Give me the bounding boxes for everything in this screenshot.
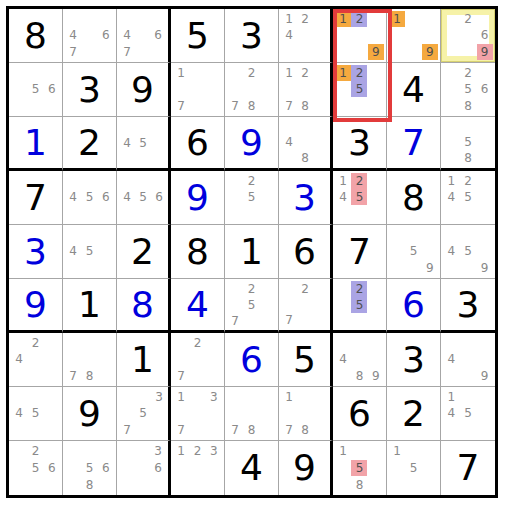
cell-r2c3[interactable]: 9 [117,63,171,117]
cell-r5c2[interactable]: 45 [63,225,117,279]
candidate-slot-5: 5 [27,81,43,97]
cell-r5c7[interactable]: 7 [333,225,387,279]
cell-r8c2[interactable]: 9 [63,387,117,441]
cell-r6c4[interactable]: 4 [171,279,225,333]
candidate-slot-8 [297,44,313,60]
cell-r4c5[interactable]: 25 [225,171,279,225]
given-digit: 1 [78,287,101,323]
candidate-slot-1: 1 [389,11,405,27]
candidate-slot-4 [389,460,405,477]
candidate-slot-3 [98,335,114,351]
candidate-slot-7 [281,44,297,60]
candidate-slot-9 [150,476,166,493]
cell-r3c4[interactable]: 6 [171,117,225,171]
candidate-slot-7 [119,476,135,493]
candidate-slot-4 [119,405,135,421]
candidate-1: 1 [389,443,405,459]
cell-r4c1[interactable]: 7 [9,171,63,225]
candidate-7: 7 [119,44,135,60]
candidate-slot-5 [351,27,367,43]
cell-r9c5[interactable]: 4 [225,441,279,495]
cell-r5c3[interactable]: 2 [117,225,171,279]
candidate-slot-8: 8 [460,98,477,114]
cell-r8c7[interactable]: 6 [333,387,387,441]
candidate-slot-7: 7 [227,98,243,114]
candidate-slot-1: 1 [335,173,351,189]
candidate-slot-5 [460,27,477,43]
candidate-slot-8 [351,206,367,222]
cell-r9c7[interactable]: 158 [333,441,387,495]
cell-r4c3[interactable]: 456 [117,171,171,225]
cell-r9c2[interactable]: 568 [63,441,117,495]
candidate-slot-6 [206,460,222,477]
cell-r9c6[interactable]: 9 [279,441,333,495]
candidate-slot-7 [389,476,405,493]
candidate-slot-2 [405,11,421,27]
solved-digit: 9 [186,180,209,216]
candidate-slot-1 [281,119,297,134]
candidate-slot-5: 5 [27,460,43,477]
candidate-slot-2 [297,389,313,405]
cell-r7c9[interactable]: 49 [441,333,495,387]
candidate-slot-7 [119,206,135,222]
candidate-6: 6 [477,81,493,97]
candidate-slot-3 [313,281,328,297]
cell-r6c2[interactable]: 1 [63,279,117,333]
candidate-slot-7 [389,260,405,276]
candidate-grid: 25 [333,279,386,330]
cell-r4c6[interactable]: 3 [279,171,333,225]
candidate-grid: 27 [171,333,224,386]
candidate-slot-4: 4 [443,243,460,259]
candidate-slot-3: 3 [151,389,167,405]
candidate-slot-5: 5 [405,243,421,259]
cell-r2c7[interactable]: 125 [333,63,387,117]
candidate-slot-7 [65,260,81,276]
candidate-slot-8 [81,206,97,222]
candidate-slot-6 [422,27,438,43]
cell-r6c3[interactable]: 8 [117,279,171,333]
candidate-4: 4 [443,351,459,367]
candidate-slot-2: 2 [297,11,313,27]
candidate-slot-9 [368,98,384,114]
candidate-5: 5 [81,189,97,205]
candidate-slot-3 [368,65,384,81]
candidate-slot-1 [227,281,243,297]
cell-r7c2[interactable]: 78 [63,333,117,387]
cell-r1c4[interactable]: 5 [171,9,225,63]
cell-r2c6[interactable]: 1278 [279,63,333,117]
candidate-slot-4: 4 [119,189,135,205]
candidate-slot-9 [151,206,167,222]
candidate-1: 1 [335,173,351,189]
candidate-slot-6 [313,27,328,43]
candidate-slot-1 [119,173,135,189]
candidate-slot-3 [313,119,328,134]
candidate-grid: 2568 [441,63,495,116]
candidate-4: 4 [11,351,27,367]
candidate-slot-3 [313,389,328,405]
candidate-slot-8 [351,98,367,114]
candidate-slot-8 [27,422,43,438]
candidate-slot-7: 7 [65,44,81,60]
candidate-slot-6: 6 [476,81,493,97]
candidate-slot-1 [443,119,460,134]
candidate-1: 1 [281,65,297,81]
candidate-2-highlight-pink: 2 [351,173,367,189]
given-digit: 1 [131,342,154,378]
cell-r5c1[interactable]: 3 [9,225,63,279]
candidate-slot-1 [119,443,135,460]
solved-digit: 6 [240,342,263,378]
candidate-slot-9 [151,422,167,438]
candidate-slot-3 [98,173,114,189]
candidate-slot-4: 4 [335,351,351,367]
cell-r9c8[interactable]: 15 [387,441,441,495]
candidate-slot-6: 6 [44,460,60,477]
candidate-slot-1: 1 [335,11,351,27]
cell-r8c1[interactable]: 45 [9,387,63,441]
cell-r7c6[interactable]: 5 [279,333,333,387]
candidate-slot-8 [243,313,259,329]
cell-r4c9[interactable]: 1245 [441,171,495,225]
candidate-slot-2 [27,389,43,405]
cell-r7c5[interactable]: 6 [225,333,279,387]
candidate-9: 9 [477,368,493,384]
candidate-slot-4 [227,189,243,205]
cell-r2c8[interactable]: 4 [387,63,441,117]
cell-r1c5[interactable]: 3 [225,9,279,63]
candidate-9-highlight-pink: 9 [477,44,493,60]
candidate-slot-1 [335,335,351,351]
cell-r1c6[interactable]: 124 [279,9,333,63]
given-digit: 9 [293,450,316,486]
candidate-slot-7 [443,44,460,60]
candidate-slot-2 [27,65,43,81]
cell-r6c7[interactable]: 25 [333,279,387,333]
candidate-slot-6 [422,243,438,259]
cell-r8c9[interactable]: 145 [441,387,495,441]
candidate-7: 7 [281,98,297,114]
candidate-5: 5 [135,405,151,421]
candidate-slot-3 [44,389,60,405]
candidate-slot-6 [206,405,222,421]
cell-r2c1[interactable]: 56 [9,63,63,117]
cell-r2c5[interactable]: 278 [225,63,279,117]
candidate-slot-3: 3 [206,443,222,460]
candidate-slot-7 [335,368,351,384]
candidate-slot-3 [422,227,438,243]
candidate-slot-1: 1 [443,389,460,405]
candidate-slot-4 [389,243,405,259]
candidate-slot-1 [443,11,460,27]
cell-r8c5[interactable]: 78 [225,387,279,441]
candidate-slot-9 [44,368,60,384]
given-digit: 4 [240,450,263,486]
candidate-slot-3 [98,11,114,27]
candidate-4: 4 [119,27,135,43]
candidate-grid: 568 [63,441,116,495]
candidate-slot-8 [135,206,151,222]
candidate-slot-9 [206,422,222,438]
candidate-slot-5 [243,81,259,97]
cell-r1c1[interactable]: 8 [9,9,63,63]
candidate-slot-5 [243,405,259,421]
candidate-slot-4 [173,405,189,421]
cell-r7c3[interactable]: 1 [117,333,171,387]
candidate-4: 4 [119,189,135,205]
candidate-slot-6 [44,405,60,421]
candidate-5: 5 [135,189,151,205]
candidate-slot-9 [98,368,114,384]
cell-r4c4[interactable]: 9 [171,171,225,225]
candidate-slot-5 [189,460,205,477]
candidate-8: 8 [351,477,367,493]
candidate-2: 2 [460,173,476,189]
candidate-1: 1 [173,443,189,459]
candidate-slot-1 [11,65,27,81]
candidate-slot-3 [476,227,493,243]
candidate-grid: 269 [441,9,495,62]
candidate-slot-7 [173,476,189,493]
candidate-grid: 123 [171,441,224,495]
cell-r9c9[interactable]: 7 [441,441,495,495]
candidate-slot-4: 4 [281,27,297,43]
candidate-slot-6 [98,243,114,259]
candidate-slot-6 [260,81,276,97]
cell-r8c8[interactable]: 2 [387,387,441,441]
candidate-slot-6 [206,351,222,367]
candidate-slot-6: 6 [98,189,114,205]
candidate-slot-5 [297,297,313,312]
candidate-slot-5: 5 [81,189,97,205]
cell-r1c3[interactable]: 467 [117,9,171,63]
candidate-slot-5 [135,460,151,477]
candidate-slot-1 [227,389,243,405]
cell-r5c4[interactable]: 8 [171,225,225,279]
candidate-4: 4 [281,27,297,43]
candidate-slot-9 [313,312,328,328]
candidate-slot-6 [368,81,384,97]
candidate-5: 5 [27,81,43,97]
cell-r9c4[interactable]: 123 [171,441,225,495]
candidate-slot-2 [405,443,421,460]
candidate-4: 4 [335,189,351,205]
candidate-slot-8 [351,313,367,328]
candidate-slot-8 [405,260,421,276]
candidate-slot-7 [443,98,460,114]
candidate-slot-1: 1 [281,389,297,405]
candidate-slot-3 [260,389,276,405]
cell-r6c5[interactable]: 257 [225,279,279,333]
cell-r6c9[interactable]: 3 [441,279,495,333]
cell-r3c2[interactable]: 2 [63,117,117,171]
candidate-slot-3 [98,227,114,243]
cell-r3c9[interactable]: 58 [441,117,495,171]
candidate-slot-8 [460,422,477,438]
cell-r5c8[interactable]: 59 [387,225,441,279]
cell-r2c4[interactable]: 17 [171,63,225,117]
candidate-3: 3 [151,389,167,405]
candidate-slot-8: 8 [351,476,367,493]
candidate-grid: 124 [279,9,330,62]
candidate-slot-2 [189,389,205,405]
candidate-grid: 1278 [279,63,330,116]
cell-r3c5[interactable]: 9 [225,117,279,171]
candidate-slot-2 [405,227,421,243]
candidate-slot-4 [281,405,297,421]
candidate-slot-8 [405,44,421,60]
candidate-9: 9 [422,260,438,276]
cell-r7c8[interactable]: 3 [387,333,441,387]
candidate-8: 8 [243,98,259,114]
candidate-slot-2: 2 [243,281,259,297]
given-digit: 2 [131,234,154,270]
candidate-slot-5 [351,351,367,367]
candidate-5: 5 [460,134,476,150]
cell-r6c8[interactable]: 6 [387,279,441,333]
cell-r3c1[interactable]: 1 [9,117,63,171]
candidate-slot-3 [368,281,384,297]
cell-r3c6[interactable]: 48 [279,117,333,171]
candidate-grid: 45 [9,387,62,440]
given-digit: 9 [78,396,101,432]
cell-r1c2[interactable]: 467 [63,9,117,63]
cell-r7c1[interactable]: 24 [9,333,63,387]
candidate-7: 7 [227,422,243,438]
candidate-slot-9 [476,422,493,438]
candidate-slot-1 [443,227,460,243]
candidate-slot-8 [135,476,151,493]
candidate-slot-1 [65,335,81,351]
candidate-2: 2 [297,11,313,27]
candidate-slot-4: 4 [65,189,81,205]
candidate-4: 4 [335,351,351,367]
cell-r2c2[interactable]: 3 [63,63,117,117]
candidate-slot-2: 2 [189,443,205,460]
cell-r5c9[interactable]: 459 [441,225,495,279]
candidate-slot-3 [476,11,493,27]
candidate-slot-4 [281,81,297,97]
candidate-slot-7: 7 [173,98,189,114]
cell-r6c1[interactable]: 9 [9,279,63,333]
candidate-8: 8 [81,368,97,384]
cell-r7c7[interactable]: 489 [333,333,387,387]
cell-r5c6[interactable]: 6 [279,225,333,279]
given-digit: 9 [131,72,154,108]
candidate-slot-2: 2 [297,65,313,81]
candidate-slot-4: 4 [119,27,135,43]
candidate-2: 2 [460,11,476,27]
candidate-slot-6 [476,351,493,367]
candidate-slot-8: 8 [243,98,259,114]
candidate-slot-3 [44,65,60,81]
candidate-grid: 48 [279,117,330,168]
cell-r4c7[interactable]: 1245 [333,171,387,225]
cell-r5c5[interactable]: 1 [225,225,279,279]
cell-r9c1[interactable]: 256 [9,441,63,495]
candidate-slot-7 [65,476,81,493]
cell-r4c8[interactable]: 8 [387,171,441,225]
candidate-slot-7: 7 [119,44,135,60]
cell-r7c4[interactable]: 27 [171,333,225,387]
candidate-slot-8: 8 [243,422,259,438]
candidate-slot-3 [260,173,276,189]
cell-r6c6[interactable]: 27 [279,279,333,333]
candidate-slot-6 [476,405,493,421]
candidate-slot-1: 1 [389,443,405,460]
candidate-slot-7: 7 [281,422,297,438]
candidate-slot-1 [65,443,81,460]
candidate-9-highlight-orange: 9 [422,44,438,60]
candidate-slot-2: 2 [460,65,477,81]
candidate-slot-3 [368,443,384,460]
candidate-slot-1 [227,65,243,81]
candidate-grid: 56 [9,63,62,116]
cell-r8c4[interactable]: 137 [171,387,225,441]
candidate-slot-8 [243,206,259,222]
cell-r1c9[interactable]: 269 [441,9,495,63]
candidate-slot-8: 8 [351,368,367,384]
candidate-1-highlight-orange: 1 [335,11,351,27]
candidate-slot-3 [150,11,166,27]
candidate-7: 7 [173,422,189,438]
candidate-slot-7: 7 [281,98,297,114]
candidate-4: 4 [65,243,81,259]
candidate-slot-5 [297,27,313,43]
cell-r8c6[interactable]: 178 [279,387,333,441]
candidate-slot-6: 6 [476,27,493,43]
candidate-slot-2 [351,335,367,351]
cell-r2c9[interactable]: 2568 [441,63,495,117]
candidate-5-highlight-purple: 5 [351,81,367,97]
given-digit: 6 [293,234,316,270]
cell-r3c3[interactable]: 45 [117,117,171,171]
candidate-slot-6 [476,134,493,150]
candidate-7: 7 [65,368,81,384]
candidate-slot-2 [135,389,151,405]
cell-r3c8[interactable]: 7 [387,117,441,171]
candidate-grid: 456 [63,171,116,224]
cell-r8c3[interactable]: 357 [117,387,171,441]
cell-r4c2[interactable]: 456 [63,171,117,225]
cell-r1c7[interactable]: 129 [333,9,387,63]
cell-r1c8[interactable]: 19 [387,9,441,63]
candidate-grid: 467 [63,9,116,62]
candidate-slot-7: 7 [119,422,135,438]
given-digit: 8 [24,18,47,54]
candidate-slot-2 [297,119,313,134]
candidate-slot-9 [98,476,114,493]
candidate-7: 7 [173,98,189,114]
given-digit: 8 [402,180,425,216]
candidate-grid: 19 [387,9,440,62]
candidate-slot-8 [27,98,43,114]
candidate-slot-7: 7 [173,422,189,438]
candidate-5: 5 [27,460,43,476]
candidate-slot-4 [65,460,81,477]
candidate-slot-7 [335,98,351,114]
given-digit: 8 [186,234,209,270]
candidate-slot-8 [189,476,205,493]
candidate-8: 8 [81,477,97,493]
cell-r9c3[interactable]: 36 [117,441,171,495]
candidate-slot-9 [98,260,114,276]
cell-r3c7[interactable]: 3 [333,117,387,171]
candidate-grid: 137 [171,387,224,440]
candidate-slot-1: 1 [173,65,189,81]
candidate-1: 1 [443,389,459,405]
